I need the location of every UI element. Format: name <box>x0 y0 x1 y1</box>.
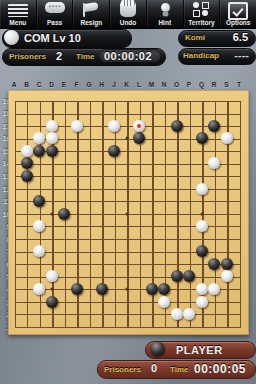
board-cell-B2[interactable] <box>22 308 35 321</box>
board-cell-E19[interactable] <box>59 95 72 108</box>
board-cell-Q1[interactable] <box>197 321 210 334</box>
board-cell-H10[interactable] <box>97 208 110 221</box>
black-stone-Q16[interactable] <box>196 132 208 144</box>
black-stone-B13[interactable] <box>21 170 33 182</box>
board-cell-T17[interactable] <box>234 120 247 133</box>
white-stone-F17[interactable] <box>71 120 83 132</box>
board-cell-H2[interactable] <box>97 308 110 321</box>
white-stone-P2[interactable] <box>183 308 195 320</box>
board-cell-O8[interactable] <box>172 233 185 246</box>
board-cell-J1[interactable] <box>109 321 122 334</box>
board-cell-Q15[interactable] <box>197 145 210 158</box>
board-cell-A1[interactable] <box>9 321 22 334</box>
board-cell-G9[interactable] <box>84 220 97 233</box>
white-stone-C9[interactable] <box>33 220 45 232</box>
board-cell-T19[interactable] <box>234 95 247 108</box>
board-cell-A5[interactable] <box>9 271 22 284</box>
board-cell-O7[interactable] <box>172 246 185 259</box>
white-stone-Q9[interactable] <box>196 220 208 232</box>
board-cell-L13[interactable] <box>134 170 147 183</box>
board-cell-A17[interactable] <box>9 120 22 133</box>
board-cell-D6[interactable] <box>47 258 60 271</box>
board-cell-S11[interactable] <box>222 195 235 208</box>
board-cell-K2[interactable] <box>122 308 135 321</box>
board-cell-F13[interactable] <box>72 170 85 183</box>
board-cell-J3[interactable] <box>109 296 122 309</box>
board-cell-D14[interactable] <box>47 158 60 171</box>
board-cell-S7[interactable] <box>222 246 235 259</box>
board-cell-L7[interactable] <box>134 246 147 259</box>
board-cell-Q10[interactable] <box>197 208 210 221</box>
board-cell-M15[interactable] <box>147 145 160 158</box>
board-cell-T7[interactable] <box>234 246 247 259</box>
board-cell-P1[interactable] <box>184 321 197 334</box>
board-cell-H14[interactable] <box>97 158 110 171</box>
board-cell-S18[interactable] <box>222 108 235 121</box>
board-cell-T8[interactable] <box>234 233 247 246</box>
resign-button[interactable]: Resign <box>73 0 110 28</box>
board-cell-F8[interactable] <box>72 233 85 246</box>
board-cell-Q8[interactable] <box>197 233 210 246</box>
board-cell-G18[interactable] <box>84 108 97 121</box>
options-button[interactable]: Options <box>220 0 256 28</box>
board-cell-K7[interactable] <box>122 246 135 259</box>
board-cell-O10[interactable] <box>172 208 185 221</box>
board-cell-M13[interactable] <box>147 170 160 183</box>
undo-button[interactable]: Undo <box>110 0 147 28</box>
board-cell-S15[interactable] <box>222 145 235 158</box>
board-cell-D19[interactable] <box>47 95 60 108</box>
white-stone-D5[interactable] <box>46 270 58 282</box>
board-cell-G17[interactable] <box>84 120 97 133</box>
board-cell-R12[interactable] <box>209 183 222 196</box>
black-stone-M4[interactable] <box>146 283 158 295</box>
board-cell-H3[interactable] <box>97 296 110 309</box>
board-cell-C1[interactable] <box>34 321 47 334</box>
board-cell-T18[interactable] <box>234 108 247 121</box>
board-cell-R9[interactable] <box>209 220 222 233</box>
board-cell-P14[interactable] <box>184 158 197 171</box>
board-cell-P17[interactable] <box>184 120 197 133</box>
board-cell-P11[interactable] <box>184 195 197 208</box>
board-cell-E18[interactable] <box>59 108 72 121</box>
board-cell-J10[interactable] <box>109 208 122 221</box>
board-cell-M5[interactable] <box>147 271 160 284</box>
board-cell-S1[interactable] <box>222 321 235 334</box>
black-stone-D15[interactable] <box>46 145 58 157</box>
white-stone-D16[interactable] <box>46 132 58 144</box>
board-cell-A19[interactable] <box>9 95 22 108</box>
board-cell-E7[interactable] <box>59 246 72 259</box>
board-cell-O3[interactable] <box>172 296 185 309</box>
board-cell-M1[interactable] <box>147 321 160 334</box>
board-cell-O11[interactable] <box>172 195 185 208</box>
board-cell-J5[interactable] <box>109 271 122 284</box>
black-stone-O5[interactable] <box>171 270 183 282</box>
board-cell-B17[interactable] <box>22 120 35 133</box>
board-cell-S2[interactable] <box>222 308 235 321</box>
board-cell-K11[interactable] <box>122 195 135 208</box>
board-cell-M8[interactable] <box>147 233 160 246</box>
board-cell-L1[interactable] <box>134 321 147 334</box>
board-cell-D7[interactable] <box>47 246 60 259</box>
black-stone-E10[interactable] <box>58 208 70 220</box>
board-cell-K12[interactable] <box>122 183 135 196</box>
white-stone-B15[interactable] <box>21 145 33 157</box>
board-cell-H8[interactable] <box>97 233 110 246</box>
board-cell-A3[interactable] <box>9 296 22 309</box>
board-cell-A10[interactable] <box>9 208 22 221</box>
board-cell-G16[interactable] <box>84 133 97 146</box>
board-cell-S4[interactable] <box>222 283 235 296</box>
board-cell-G12[interactable] <box>84 183 97 196</box>
white-stone-Q3[interactable] <box>196 296 208 308</box>
board-cell-J18[interactable] <box>109 108 122 121</box>
board-cell-K14[interactable] <box>122 158 135 171</box>
board-cell-G19[interactable] <box>84 95 97 108</box>
white-stone-C7[interactable] <box>33 245 45 257</box>
board-cell-G11[interactable] <box>84 195 97 208</box>
board-cell-C6[interactable] <box>34 258 47 271</box>
board-cell-N7[interactable] <box>159 246 172 259</box>
board-cell-K6[interactable] <box>122 258 135 271</box>
board-cell-E13[interactable] <box>59 170 72 183</box>
board-cell-F10[interactable] <box>72 208 85 221</box>
board-cell-G13[interactable] <box>84 170 97 183</box>
black-stone-N4[interactable] <box>158 283 170 295</box>
board-cell-T11[interactable] <box>234 195 247 208</box>
board-cell-R10[interactable] <box>209 208 222 221</box>
board-cell-L6[interactable] <box>134 258 147 271</box>
territory-button[interactable]: Territory <box>184 0 221 28</box>
board-cell-O4[interactable] <box>172 283 185 296</box>
board-cell-S9[interactable] <box>222 220 235 233</box>
board-cell-N12[interactable] <box>159 183 172 196</box>
board-cell-T2[interactable] <box>234 308 247 321</box>
board-cell-O14[interactable] <box>172 158 185 171</box>
board-cell-J4[interactable] <box>109 283 122 296</box>
board-cell-A11[interactable] <box>9 195 22 208</box>
board-cell-F18[interactable] <box>72 108 85 121</box>
white-stone-N3[interactable] <box>158 296 170 308</box>
board-cell-F16[interactable] <box>72 133 85 146</box>
white-stone-S5[interactable] <box>221 270 233 282</box>
board-cell-Q2[interactable] <box>197 308 210 321</box>
board-cell-H12[interactable] <box>97 183 110 196</box>
board-cell-M10[interactable] <box>147 208 160 221</box>
board-cell-H5[interactable] <box>97 271 110 284</box>
board-cell-M12[interactable] <box>147 183 160 196</box>
board-cell-H9[interactable] <box>97 220 110 233</box>
board-cell-L14[interactable] <box>134 158 147 171</box>
board-cell-E15[interactable] <box>59 145 72 158</box>
board-cell-N8[interactable] <box>159 233 172 246</box>
board-cell-B10[interactable] <box>22 208 35 221</box>
board-cell-S12[interactable] <box>222 183 235 196</box>
board-cell-N13[interactable] <box>159 170 172 183</box>
black-stone-B14[interactable] <box>21 157 33 169</box>
board-cell-G6[interactable] <box>84 258 97 271</box>
board-cell-O6[interactable] <box>172 258 185 271</box>
white-stone-L17[interactable] <box>133 120 145 132</box>
board-cell-L12[interactable] <box>134 183 147 196</box>
board-cell-E14[interactable] <box>59 158 72 171</box>
board-cell-T5[interactable] <box>234 271 247 284</box>
board-cell-A18[interactable] <box>9 108 22 121</box>
board-cell-K19[interactable] <box>122 95 135 108</box>
board-cell-T15[interactable] <box>234 145 247 158</box>
board-cell-G2[interactable] <box>84 308 97 321</box>
black-stone-Q7[interactable] <box>196 245 208 257</box>
board-cell-Q11[interactable] <box>197 195 210 208</box>
board-cell-G14[interactable] <box>84 158 97 171</box>
board-cell-N19[interactable] <box>159 95 172 108</box>
white-stone-R14[interactable] <box>208 157 220 169</box>
board-cell-T12[interactable] <box>234 183 247 196</box>
board-cell-J16[interactable] <box>109 133 122 146</box>
board-cell-L11[interactable] <box>134 195 147 208</box>
board-cell-A7[interactable] <box>9 246 22 259</box>
board-cell-F12[interactable] <box>72 183 85 196</box>
board-cell-K4[interactable] <box>122 283 135 296</box>
board-cell-R13[interactable] <box>209 170 222 183</box>
board-cell-R15[interactable] <box>209 145 222 158</box>
board-cell-B8[interactable] <box>22 233 35 246</box>
board-cell-F6[interactable] <box>72 258 85 271</box>
board-cell-R1[interactable] <box>209 321 222 334</box>
board-cell-M7[interactable] <box>147 246 160 259</box>
board-cell-C8[interactable] <box>34 233 47 246</box>
board-cell-P18[interactable] <box>184 108 197 121</box>
board-cell-S8[interactable] <box>222 233 235 246</box>
board-cell-D8[interactable] <box>47 233 60 246</box>
board-cell-D12[interactable] <box>47 183 60 196</box>
board-cell-S14[interactable] <box>222 158 235 171</box>
white-stone-J17[interactable] <box>108 120 120 132</box>
board-cell-B18[interactable] <box>22 108 35 121</box>
board-cell-B5[interactable] <box>22 271 35 284</box>
board-cell-O18[interactable] <box>172 108 185 121</box>
board-cell-B1[interactable] <box>22 321 35 334</box>
board-cell-Q13[interactable] <box>197 170 210 183</box>
board-cell-C2[interactable] <box>34 308 47 321</box>
board-cell-A2[interactable] <box>9 308 22 321</box>
white-stone-S16[interactable] <box>221 132 233 144</box>
board-cell-N1[interactable] <box>159 321 172 334</box>
black-stone-J15[interactable] <box>108 145 120 157</box>
board-cell-Q19[interactable] <box>197 95 210 108</box>
board-cell-O13[interactable] <box>172 170 185 183</box>
white-stone-O2[interactable] <box>171 308 183 320</box>
black-stone-O17[interactable] <box>171 120 183 132</box>
board-cell-G3[interactable] <box>84 296 97 309</box>
board-cell-R3[interactable] <box>209 296 222 309</box>
board-cell-J19[interactable] <box>109 95 122 108</box>
board-cell-F7[interactable] <box>72 246 85 259</box>
board-cell-N15[interactable] <box>159 145 172 158</box>
board-cell-N14[interactable] <box>159 158 172 171</box>
black-stone-R17[interactable] <box>208 120 220 132</box>
board-cell-E16[interactable] <box>59 133 72 146</box>
board-cell-H1[interactable] <box>97 321 110 334</box>
board-cell-L18[interactable] <box>134 108 147 121</box>
board-cell-G15[interactable] <box>84 145 97 158</box>
board-cell-A6[interactable] <box>9 258 22 271</box>
board-cell-P6[interactable] <box>184 258 197 271</box>
board-cell-E2[interactable] <box>59 308 72 321</box>
board-cell-C13[interactable] <box>34 170 47 183</box>
board-cell-F2[interactable] <box>72 308 85 321</box>
board-cell-E12[interactable] <box>59 183 72 196</box>
black-stone-C15[interactable] <box>33 145 45 157</box>
board-cell-G10[interactable] <box>84 208 97 221</box>
board-cell-M9[interactable] <box>147 220 160 233</box>
white-stone-Q4[interactable] <box>196 283 208 295</box>
board-cell-R11[interactable] <box>209 195 222 208</box>
board-cell-Q18[interactable] <box>197 108 210 121</box>
board-cell-O9[interactable] <box>172 220 185 233</box>
board-cell-M16[interactable] <box>147 133 160 146</box>
board-cell-T3[interactable] <box>234 296 247 309</box>
black-stone-H4[interactable] <box>96 283 108 295</box>
board-cell-S19[interactable] <box>222 95 235 108</box>
board-cell-B3[interactable] <box>22 296 35 309</box>
go-board[interactable] <box>8 90 249 335</box>
board-cell-O19[interactable] <box>172 95 185 108</box>
board-cell-B19[interactable] <box>22 95 35 108</box>
board-cell-T4[interactable] <box>234 283 247 296</box>
board-cell-L2[interactable] <box>134 308 147 321</box>
board-cell-A4[interactable] <box>9 283 22 296</box>
board-cell-A16[interactable] <box>9 133 22 146</box>
board-cell-J14[interactable] <box>109 158 122 171</box>
board-cell-T14[interactable] <box>234 158 247 171</box>
board-cell-K8[interactable] <box>122 233 135 246</box>
board-cell-D13[interactable] <box>47 170 60 183</box>
board-cell-H19[interactable] <box>97 95 110 108</box>
board-cell-N16[interactable] <box>159 133 172 146</box>
board-cell-A12[interactable] <box>9 183 22 196</box>
board-cell-S3[interactable] <box>222 296 235 309</box>
board-cell-J7[interactable] <box>109 246 122 259</box>
board-cell-R18[interactable] <box>209 108 222 121</box>
board-cell-K5[interactable] <box>122 271 135 284</box>
board-cell-L8[interactable] <box>134 233 147 246</box>
board-cell-E9[interactable] <box>59 220 72 233</box>
board-cell-K18[interactable] <box>122 108 135 121</box>
black-stone-R6[interactable] <box>208 258 220 270</box>
board-cell-G8[interactable] <box>84 233 97 246</box>
board-cell-J2[interactable] <box>109 308 122 321</box>
board-cell-A8[interactable] <box>9 233 22 246</box>
board-cell-R7[interactable] <box>209 246 222 259</box>
board-cell-D1[interactable] <box>47 321 60 334</box>
board-cell-B12[interactable] <box>22 183 35 196</box>
board-cell-P13[interactable] <box>184 170 197 183</box>
board-cell-T9[interactable] <box>234 220 247 233</box>
menu-button[interactable]: Menu <box>0 0 37 28</box>
board-cell-E3[interactable] <box>59 296 72 309</box>
board-cell-M2[interactable] <box>147 308 160 321</box>
board-cell-S13[interactable] <box>222 170 235 183</box>
board-cell-D4[interactable] <box>47 283 60 296</box>
board-cell-F14[interactable] <box>72 158 85 171</box>
board-cell-G5[interactable] <box>84 271 97 284</box>
board-cell-C10[interactable] <box>34 208 47 221</box>
board-cell-M14[interactable] <box>147 158 160 171</box>
board-cell-K1[interactable] <box>122 321 135 334</box>
board-cell-P10[interactable] <box>184 208 197 221</box>
board-cell-T16[interactable] <box>234 133 247 146</box>
board-cell-T13[interactable] <box>234 170 247 183</box>
board-cell-F11[interactable] <box>72 195 85 208</box>
board-cell-K13[interactable] <box>122 170 135 183</box>
board-cell-K15[interactable] <box>122 145 135 158</box>
black-stone-P5[interactable] <box>183 270 195 282</box>
black-stone-C11[interactable] <box>33 195 45 207</box>
board-cell-F19[interactable] <box>72 95 85 108</box>
board-cell-D9[interactable] <box>47 220 60 233</box>
board-cell-F1[interactable] <box>72 321 85 334</box>
board-cell-O15[interactable] <box>172 145 185 158</box>
board-cell-L3[interactable] <box>134 296 147 309</box>
black-stone-L16[interactable] <box>133 132 145 144</box>
board-cell-P15[interactable] <box>184 145 197 158</box>
board-cell-D2[interactable] <box>47 308 60 321</box>
board-cell-D18[interactable] <box>47 108 60 121</box>
board-cell-F5[interactable] <box>72 271 85 284</box>
board-cell-N9[interactable] <box>159 220 172 233</box>
white-stone-R4[interactable] <box>208 283 220 295</box>
board-cell-F3[interactable] <box>72 296 85 309</box>
board-cell-F9[interactable] <box>72 220 85 233</box>
board-cell-E11[interactable] <box>59 195 72 208</box>
board-cell-R2[interactable] <box>209 308 222 321</box>
board-cell-T6[interactable] <box>234 258 247 271</box>
board-cell-M17[interactable] <box>147 120 160 133</box>
board-cell-E8[interactable] <box>59 233 72 246</box>
board-cell-J8[interactable] <box>109 233 122 246</box>
board-cell-J11[interactable] <box>109 195 122 208</box>
board-cell-G7[interactable] <box>84 246 97 259</box>
board-cell-D11[interactable] <box>47 195 60 208</box>
board-cell-H7[interactable] <box>97 246 110 259</box>
board-cell-H13[interactable] <box>97 170 110 183</box>
white-stone-C16[interactable] <box>33 132 45 144</box>
board-cell-Q5[interactable] <box>197 271 210 284</box>
board-cell-C19[interactable] <box>34 95 47 108</box>
board-cell-S10[interactable] <box>222 208 235 221</box>
board-cell-H11[interactable] <box>97 195 110 208</box>
board-cell-C18[interactable] <box>34 108 47 121</box>
board-cell-M6[interactable] <box>147 258 160 271</box>
black-stone-S6[interactable] <box>221 258 233 270</box>
board-cell-L19[interactable] <box>134 95 147 108</box>
board-cell-L10[interactable] <box>134 208 147 221</box>
pass-button[interactable]: Pass <box>37 0 74 28</box>
board-cell-T10[interactable] <box>234 208 247 221</box>
board-cell-G1[interactable] <box>84 321 97 334</box>
board-cell-K10[interactable] <box>122 208 135 221</box>
board-cell-B6[interactable] <box>22 258 35 271</box>
board-cell-N18[interactable] <box>159 108 172 121</box>
board-cell-M19[interactable] <box>147 95 160 108</box>
board-cell-E6[interactable] <box>59 258 72 271</box>
board-cell-A9[interactable] <box>9 220 22 233</box>
board-cell-F15[interactable] <box>72 145 85 158</box>
hint-button[interactable]: Hint <box>147 0 184 28</box>
board-cell-J13[interactable] <box>109 170 122 183</box>
